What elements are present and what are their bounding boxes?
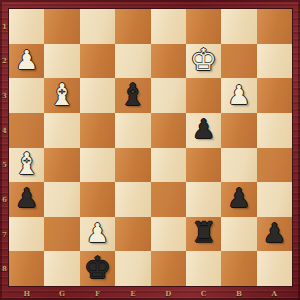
square-f7[interactable]: ♟ xyxy=(80,217,115,252)
square-a7[interactable]: ♟ xyxy=(257,217,292,252)
square-b2[interactable] xyxy=(221,44,256,79)
square-a8[interactable] xyxy=(257,251,292,286)
rank-label-7: 7 xyxy=(0,217,9,252)
square-d8[interactable] xyxy=(151,251,186,286)
square-f2[interactable] xyxy=(80,44,115,79)
square-h3[interactable] xyxy=(9,78,44,113)
chess-board: ♟♚♝♝♟♟♝♟♟♟♜♟♚ xyxy=(9,9,292,286)
rank-label-4: 4 xyxy=(0,113,9,148)
black-pawn[interactable]: ♟ xyxy=(15,185,38,211)
rank-label-1: 1 xyxy=(0,9,9,44)
rank-label-3: 3 xyxy=(0,78,9,113)
square-f3[interactable] xyxy=(80,78,115,113)
square-d2[interactable] xyxy=(151,44,186,79)
square-e8[interactable] xyxy=(115,251,150,286)
square-d7[interactable] xyxy=(151,217,186,252)
square-b7[interactable] xyxy=(221,217,256,252)
square-f6[interactable] xyxy=(80,182,115,217)
square-b4[interactable] xyxy=(221,113,256,148)
square-d6[interactable] xyxy=(151,182,186,217)
square-b5[interactable] xyxy=(221,148,256,183)
file-label-d: D xyxy=(151,286,186,300)
file-label-f: F xyxy=(80,286,115,300)
square-f5[interactable] xyxy=(80,148,115,183)
rank-label-2: 2 xyxy=(0,44,9,79)
square-c3[interactable] xyxy=(186,78,221,113)
square-c1[interactable] xyxy=(186,9,221,44)
white-bishop[interactable]: ♝ xyxy=(49,80,76,110)
square-h6[interactable]: ♟ xyxy=(9,182,44,217)
square-a4[interactable] xyxy=(257,113,292,148)
square-f4[interactable] xyxy=(80,113,115,148)
square-c7[interactable]: ♜ xyxy=(186,217,221,252)
square-b6[interactable]: ♟ xyxy=(221,182,256,217)
square-b1[interactable] xyxy=(221,9,256,44)
square-g4[interactable] xyxy=(44,113,79,148)
square-d5[interactable] xyxy=(151,148,186,183)
square-d4[interactable] xyxy=(151,113,186,148)
square-c6[interactable] xyxy=(186,182,221,217)
black-pawn[interactable]: ♟ xyxy=(227,185,250,211)
square-h7[interactable] xyxy=(9,217,44,252)
square-h8[interactable] xyxy=(9,251,44,286)
square-g7[interactable] xyxy=(44,217,79,252)
rank-label-8: 8 xyxy=(0,251,9,286)
black-bishop[interactable]: ♝ xyxy=(119,80,146,110)
square-c8[interactable] xyxy=(186,251,221,286)
white-king[interactable]: ♚ xyxy=(190,45,217,75)
square-e7[interactable] xyxy=(115,217,150,252)
square-e2[interactable] xyxy=(115,44,150,79)
square-a1[interactable] xyxy=(257,9,292,44)
square-a5[interactable] xyxy=(257,148,292,183)
black-king[interactable]: ♚ xyxy=(84,253,111,283)
black-pawn[interactable]: ♟ xyxy=(263,220,286,246)
square-h2[interactable]: ♟ xyxy=(9,44,44,79)
square-g2[interactable] xyxy=(44,44,79,79)
square-f8[interactable]: ♚ xyxy=(80,251,115,286)
file-label-h: H xyxy=(9,286,44,300)
file-label-e: E xyxy=(115,286,150,300)
chess-board-window: ♟♚♝♝♟♟♝♟♟♟♜♟♚ 12345678 HGFEDCBA xyxy=(0,0,300,300)
square-e1[interactable] xyxy=(115,9,150,44)
square-d1[interactable] xyxy=(151,9,186,44)
square-g8[interactable] xyxy=(44,251,79,286)
file-labels: HGFEDCBA xyxy=(9,286,292,300)
square-e6[interactable] xyxy=(115,182,150,217)
rank-labels: 12345678 xyxy=(0,9,9,286)
square-c4[interactable]: ♟ xyxy=(186,113,221,148)
white-bishop[interactable]: ♝ xyxy=(13,149,40,179)
file-label-b: B xyxy=(221,286,256,300)
square-a2[interactable] xyxy=(257,44,292,79)
square-a3[interactable] xyxy=(257,78,292,113)
file-label-c: C xyxy=(186,286,221,300)
square-b8[interactable] xyxy=(221,251,256,286)
square-d3[interactable] xyxy=(151,78,186,113)
rank-label-6: 6 xyxy=(0,182,9,217)
square-h1[interactable] xyxy=(9,9,44,44)
file-label-a: A xyxy=(257,286,292,300)
square-g3[interactable]: ♝ xyxy=(44,78,79,113)
square-c5[interactable] xyxy=(186,148,221,183)
white-pawn[interactable]: ♟ xyxy=(15,47,38,73)
square-c2[interactable]: ♚ xyxy=(186,44,221,79)
square-h5[interactable]: ♝ xyxy=(9,148,44,183)
black-rook[interactable]: ♜ xyxy=(191,219,216,247)
square-e3[interactable]: ♝ xyxy=(115,78,150,113)
square-g5[interactable] xyxy=(44,148,79,183)
white-pawn[interactable]: ♟ xyxy=(227,82,250,108)
square-g6[interactable] xyxy=(44,182,79,217)
square-a6[interactable] xyxy=(257,182,292,217)
black-pawn[interactable]: ♟ xyxy=(192,116,215,142)
square-h4[interactable] xyxy=(9,113,44,148)
square-e4[interactable] xyxy=(115,113,150,148)
file-label-g: G xyxy=(44,286,79,300)
square-g1[interactable] xyxy=(44,9,79,44)
square-e5[interactable] xyxy=(115,148,150,183)
rank-label-5: 5 xyxy=(0,148,9,183)
square-f1[interactable] xyxy=(80,9,115,44)
white-pawn[interactable]: ♟ xyxy=(86,220,109,246)
square-b3[interactable]: ♟ xyxy=(221,78,256,113)
